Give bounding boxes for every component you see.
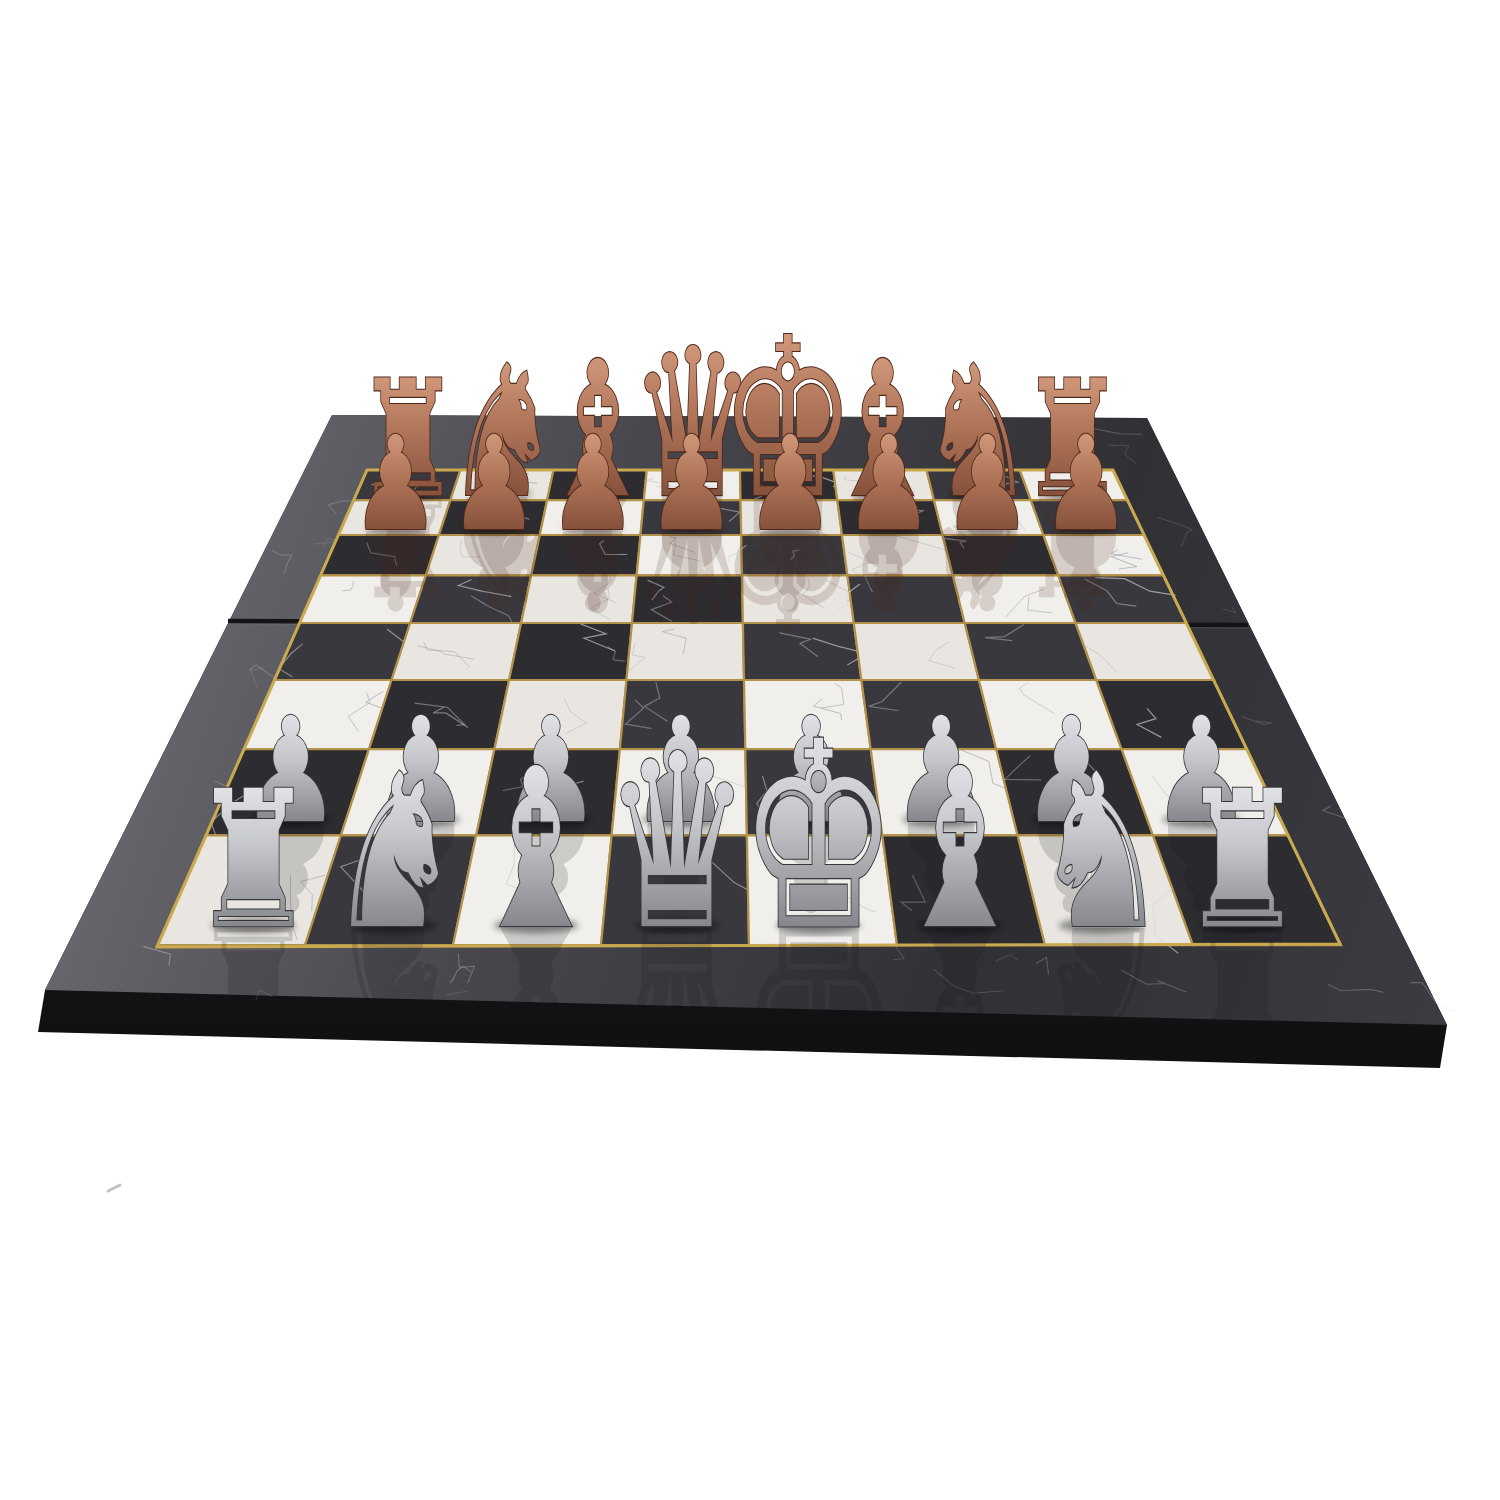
piece-silver-knight-g1: ♞ — [1033, 728, 1169, 977]
svg-text:♟: ♟ — [1041, 408, 1131, 559]
svg-text:♟: ♟ — [449, 408, 539, 559]
piece-silver-rook-h1: ♜ — [1180, 751, 1306, 970]
svg-text:♟: ♟ — [844, 408, 934, 559]
svg-text:♝: ♝ — [468, 722, 604, 979]
piece-silver-bishop-c1: ♝ — [468, 722, 604, 979]
svg-text:♚: ♚ — [739, 687, 899, 987]
piece-copper-pawn-f7: ♟ — [844, 408, 934, 559]
svg-text:♟: ♟ — [351, 408, 441, 559]
svg-text:♞: ♞ — [327, 728, 463, 977]
svg-text:♟: ♟ — [943, 408, 1033, 559]
svg-text:♟: ♟ — [647, 408, 737, 559]
piece-copper-pawn-g7: ♟ — [943, 408, 1033, 559]
svg-text:♝: ♝ — [892, 722, 1028, 979]
piece-copper-pawn-c7: ♟ — [548, 408, 638, 559]
svg-text:♛: ♛ — [603, 703, 752, 984]
piece-copper-pawn-b7: ♟ — [449, 408, 539, 559]
piece-copper-pawn-h7: ♟ — [1041, 408, 1131, 559]
svg-text:♞: ♞ — [1033, 728, 1169, 977]
svg-text:♟: ♟ — [548, 408, 638, 559]
piece-copper-pawn-e7: ♟ — [745, 408, 835, 559]
piece-silver-rook-a1: ♜ — [191, 751, 317, 970]
piece-copper-pawn-d7: ♟ — [647, 408, 737, 559]
svg-text:♟: ♟ — [745, 408, 835, 559]
piece-silver-bishop-f1: ♝ — [892, 722, 1028, 979]
piece-silver-queen-d1: ♛ — [603, 703, 752, 984]
chess-set-product-photo: ♜♞♝♛♚♝♞♜♟♟♟♟♟♟♟♟♟♟♟♟♟♟♟♟♜♞♝♛♚♝♞♜♜♞♝♛♚♝♞♜… — [0, 0, 1500, 1500]
piece-silver-knight-b1: ♞ — [327, 728, 463, 977]
svg-text:♜: ♜ — [1180, 751, 1306, 970]
photo-artifact-mark — [108, 1185, 120, 1191]
piece-copper-pawn-a7: ♟ — [351, 408, 441, 559]
svg-text:♜: ♜ — [191, 751, 317, 970]
piece-silver-king-e1: ♚ — [739, 687, 899, 987]
chess-scene-canvas: ♜♞♝♛♚♝♞♜♟♟♟♟♟♟♟♟♟♟♟♟♟♟♟♟♜♞♝♛♚♝♞♜♜♞♝♛♚♝♞♜… — [0, 0, 1500, 1500]
